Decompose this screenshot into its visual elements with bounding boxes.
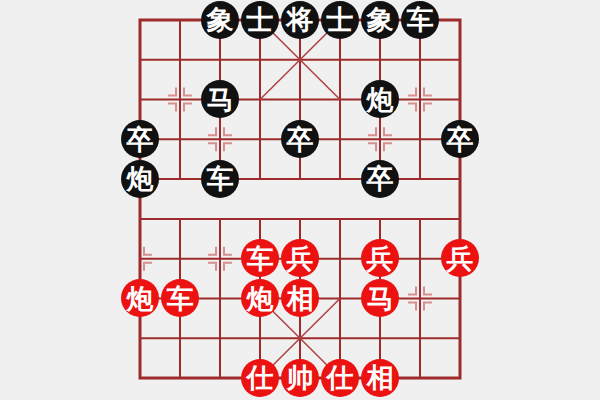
red-chariot[interactable]: 车: [161, 279, 199, 317]
black-advisor[interactable]: 士: [241, 1, 279, 39]
black-soldier[interactable]: 卒: [441, 120, 479, 158]
red-cannon[interactable]: 炮: [241, 279, 279, 317]
black-elephant[interactable]: 象: [361, 1, 399, 39]
red-general[interactable]: 帅: [281, 359, 319, 397]
black-horse[interactable]: 马: [201, 80, 239, 118]
red-horse[interactable]: 马: [361, 279, 399, 317]
black-soldier[interactable]: 卒: [361, 160, 399, 198]
red-soldier[interactable]: 兵: [361, 239, 399, 277]
black-cannon[interactable]: 炮: [361, 80, 399, 118]
black-advisor[interactable]: 士: [321, 1, 359, 39]
red-chariot[interactable]: 车: [241, 239, 279, 277]
black-soldier[interactable]: 卒: [281, 120, 319, 158]
black-soldier[interactable]: 卒: [121, 120, 159, 158]
board-grid[interactable]: 象士将士象车马炮卒卒卒炮车卒车兵兵兵炮车炮相马仕帅仕相: [120, 0, 480, 398]
red-soldier[interactable]: 兵: [441, 239, 479, 277]
black-cannon[interactable]: 炮: [121, 160, 159, 198]
red-soldier[interactable]: 兵: [281, 239, 319, 277]
black-elephant[interactable]: 象: [201, 1, 239, 39]
black-chariot[interactable]: 车: [201, 160, 239, 198]
black-general[interactable]: 将: [281, 1, 319, 39]
red-advisor[interactable]: 仕: [241, 359, 279, 397]
red-elephant[interactable]: 相: [281, 279, 319, 317]
red-advisor[interactable]: 仕: [321, 359, 359, 397]
red-elephant[interactable]: 相: [361, 359, 399, 397]
red-cannon[interactable]: 炮: [121, 279, 159, 317]
black-chariot[interactable]: 车: [401, 1, 439, 39]
xiangqi-board-screenshot: 象士将士象车马炮卒卒卒炮车卒车兵兵兵炮车炮相马仕帅仕相: [0, 0, 600, 400]
